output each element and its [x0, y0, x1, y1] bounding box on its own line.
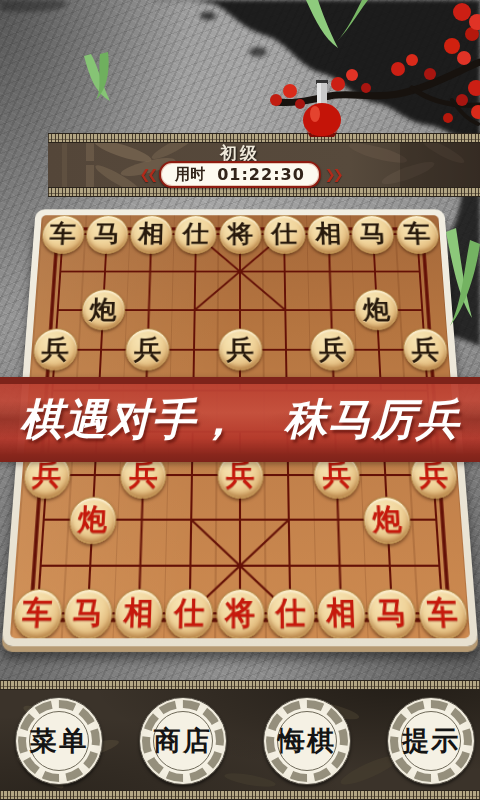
undo-button[interactable]: 悔棋 — [263, 697, 351, 785]
bamboo-leaf-top-icon — [306, 0, 368, 48]
piece-相-red[interactable]: 相 — [114, 588, 164, 638]
bamboo-leaf-right-icon — [446, 228, 480, 326]
piece-仕-red[interactable]: 仕 — [165, 588, 214, 638]
pill-ornament-left-icon: ❮❮ — [139, 167, 155, 182]
piece-相-red[interactable]: 相 — [317, 588, 367, 638]
piece-炮-red[interactable]: 炮 — [363, 496, 412, 543]
time-value: 01:22:30 — [217, 165, 305, 184]
time-label: 用时 — [175, 165, 205, 184]
timer: ❮❮ 用时 01:22:30 ❯❯ — [0, 161, 480, 188]
quote-text: 棋遇对手， 秣马厉兵 — [20, 391, 460, 449]
game-screen: 初级 ❮❮ 用时 01:22:30 ❯❯ — [0, 0, 480, 800]
piece-炮-red[interactable]: 炮 — [68, 496, 117, 543]
pill-ornament-right-icon: ❯❯ — [325, 167, 341, 182]
piece-仕-red[interactable]: 仕 — [266, 588, 315, 638]
piece-车-red[interactable]: 车 — [417, 588, 469, 638]
hint-button[interactable]: 提示 — [387, 697, 475, 785]
quote-banner: 棋遇对手， 秣马厉兵 — [0, 377, 480, 462]
time-pill: 用时 01:22:30 — [159, 161, 321, 188]
shop-button[interactable]: 商店 — [139, 697, 227, 785]
piece-车-red[interactable]: 车 — [11, 588, 63, 638]
piece-将-red[interactable]: 将 — [216, 588, 265, 638]
meander-border-top — [0, 680, 480, 690]
bamboo-leaf-left-icon — [84, 52, 110, 101]
menu-button[interactable]: 菜单 — [15, 697, 103, 785]
meander-border-bottom — [0, 790, 480, 800]
piece-马-red[interactable]: 马 — [367, 588, 418, 638]
piece-马-red[interactable]: 马 — [62, 588, 113, 638]
